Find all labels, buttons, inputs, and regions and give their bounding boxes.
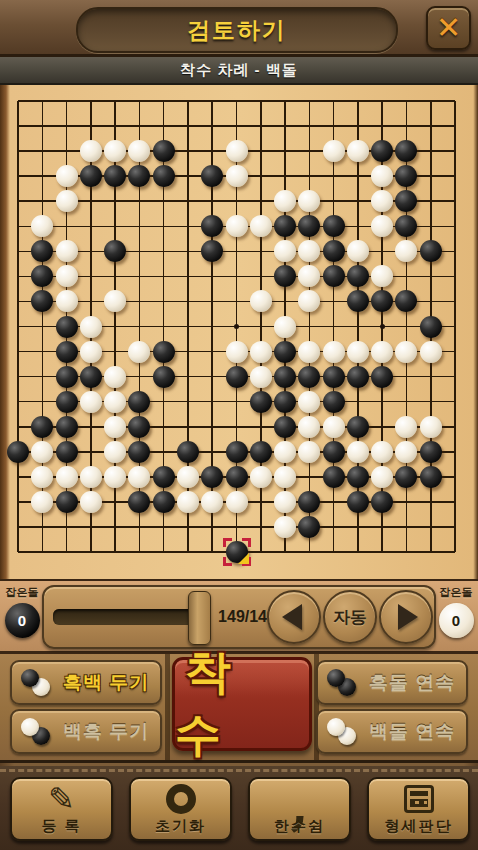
white-stone	[395, 240, 417, 262]
comma-icon: ,	[290, 796, 308, 817]
replay-panel: 149/149 자동	[42, 585, 436, 649]
black-stone	[298, 491, 320, 513]
board-panel	[0, 85, 478, 579]
black-stone	[347, 366, 369, 388]
black-continuous-button[interactable]: 흑돌 연속	[316, 660, 468, 705]
white-stone	[31, 491, 53, 513]
white-stone	[104, 441, 126, 463]
go-board-grid[interactable]	[0, 85, 478, 579]
go-review-app: 검토하기 ✕ 착수 차례 - 백돌 잡은돌 0 149/149 자동	[0, 0, 478, 850]
prev-arrow-icon	[282, 604, 302, 630]
white-stone	[104, 366, 126, 388]
page-title: 검토하기	[187, 15, 287, 46]
white-stone	[298, 341, 320, 363]
black-stone	[128, 165, 150, 187]
black-stone	[274, 391, 296, 413]
black-stone	[323, 466, 345, 488]
white-stone	[298, 290, 320, 312]
black-stone	[298, 366, 320, 388]
white-stone	[80, 491, 102, 513]
white-stone	[80, 341, 102, 363]
black-stone	[371, 140, 393, 162]
white-stone	[420, 341, 442, 363]
black-stone	[128, 416, 150, 438]
white-stone	[128, 341, 150, 363]
white-stone	[298, 416, 320, 438]
white-stone	[80, 140, 102, 162]
black-continuous-label: 흑돌 연속	[369, 670, 455, 696]
white-stone	[298, 265, 320, 287]
white-stone	[80, 391, 102, 413]
white-stone	[274, 240, 296, 262]
white-stone	[274, 190, 296, 212]
captured-white-label: 잡은돌	[434, 585, 478, 600]
white-stone	[347, 140, 369, 162]
black-stone	[80, 165, 102, 187]
header-bar: 검토하기 ✕	[0, 0, 478, 57]
play-move-button[interactable]: 착 수	[172, 657, 312, 751]
black-stone	[201, 215, 223, 237]
black-stone	[420, 466, 442, 488]
white-stone	[298, 240, 320, 262]
two-white-stones-icon	[327, 717, 361, 747]
black-stone	[56, 441, 78, 463]
white-black-stones-icon	[21, 717, 55, 747]
reset-circle-icon	[166, 784, 196, 814]
black-stone	[420, 316, 442, 338]
white-stone	[371, 165, 393, 187]
black-stone	[153, 341, 175, 363]
black-stone	[250, 391, 272, 413]
black-stone	[104, 240, 126, 262]
last-move-marker	[223, 538, 251, 566]
captured-black-count: 0	[5, 603, 40, 638]
grid-line	[309, 101, 311, 552]
black-stone	[323, 391, 345, 413]
black-stone	[347, 491, 369, 513]
black-stone	[177, 441, 199, 463]
black-stone	[201, 466, 223, 488]
white-stone	[104, 290, 126, 312]
white-stone	[80, 316, 102, 338]
white-stone	[395, 441, 417, 463]
black-stone	[226, 466, 248, 488]
white-stone	[56, 265, 78, 287]
captured-black-tray: 잡은돌 0	[0, 585, 44, 638]
white-stone	[371, 265, 393, 287]
black-stone	[201, 240, 223, 262]
black-stone	[274, 416, 296, 438]
black-stone	[56, 366, 78, 388]
estimate-label: 형세판단	[369, 817, 468, 836]
prev-move-button[interactable]	[267, 590, 321, 644]
divider	[165, 654, 170, 760]
register-button[interactable]: ✎ 등 록	[10, 777, 113, 841]
white-continuous-label: 백돌 연속	[369, 719, 455, 745]
white-stone	[226, 140, 248, 162]
black-stone	[104, 165, 126, 187]
black-stone	[371, 366, 393, 388]
close-icon: ✕	[436, 13, 461, 43]
white-stone	[80, 466, 102, 488]
black-stone	[347, 416, 369, 438]
white-black-mode-label: 백흑 두기	[63, 719, 149, 745]
white-stone	[395, 416, 417, 438]
black-stone	[274, 341, 296, 363]
calculator-icon	[404, 785, 434, 813]
white-stone	[395, 341, 417, 363]
white-stone	[274, 466, 296, 488]
black-stone	[250, 441, 272, 463]
black-stone	[31, 416, 53, 438]
white-stone	[177, 491, 199, 513]
white-stone	[128, 140, 150, 162]
turn-status-text: 착수 차례 - 백돌	[180, 61, 298, 80]
white-stone	[250, 366, 272, 388]
grid-line	[18, 426, 455, 428]
white-stone	[128, 466, 150, 488]
white-stone	[250, 215, 272, 237]
black-stone	[395, 190, 417, 212]
white-stone	[104, 140, 126, 162]
black-stone	[201, 165, 223, 187]
black-stone	[31, 290, 53, 312]
captured-white-tray: 잡은돌 0	[434, 585, 478, 638]
white-stone	[226, 215, 248, 237]
white-stone	[347, 441, 369, 463]
white-stone	[226, 491, 248, 513]
white-stone	[298, 391, 320, 413]
white-stone	[274, 441, 296, 463]
white-stone	[56, 466, 78, 488]
white-stone	[56, 290, 78, 312]
star-point	[380, 324, 385, 329]
pencil-icon: ✎	[48, 783, 75, 815]
white-stone	[298, 441, 320, 463]
white-stone	[323, 416, 345, 438]
white-stone	[298, 190, 320, 212]
black-stone	[274, 215, 296, 237]
black-stone	[128, 391, 150, 413]
white-stone	[347, 240, 369, 262]
auto-play-button[interactable]: 자동	[323, 590, 377, 644]
white-stone	[104, 416, 126, 438]
black-stone	[128, 441, 150, 463]
status-bar: 착수 차례 - 백돌	[0, 57, 478, 85]
black-stone	[226, 441, 248, 463]
white-stone	[274, 491, 296, 513]
two-black-stones-icon	[327, 668, 361, 698]
black-stone	[128, 491, 150, 513]
white-stone	[274, 316, 296, 338]
white-stone	[371, 190, 393, 212]
white-continuous-button[interactable]: 백돌 연속	[316, 709, 468, 754]
black-stone	[347, 290, 369, 312]
white-stone	[371, 466, 393, 488]
black-stone	[323, 240, 345, 262]
black-stone	[371, 491, 393, 513]
white-stone	[56, 165, 78, 187]
white-stone	[104, 466, 126, 488]
black-stone	[56, 341, 78, 363]
black-stone	[395, 466, 417, 488]
black-stone	[420, 240, 442, 262]
black-stone	[153, 491, 175, 513]
white-stone	[250, 290, 272, 312]
black-stone	[298, 215, 320, 237]
captured-white-count: 0	[439, 603, 474, 638]
white-stone	[250, 341, 272, 363]
pass-button[interactable]: , 한수쉼	[248, 777, 351, 841]
next-move-button[interactable]	[379, 590, 433, 644]
black-white-mode-label: 흑백 두기	[63, 670, 149, 696]
white-stone	[347, 341, 369, 363]
black-stone	[323, 265, 345, 287]
white-stone	[250, 466, 272, 488]
bottom-toolbar: ✎ 등 록 초기화 , 한수쉼 형세판단	[0, 766, 478, 850]
black-stone	[153, 140, 175, 162]
black-stone	[56, 316, 78, 338]
white-black-mode-button[interactable]: 백흑 두기	[10, 709, 162, 754]
black-white-mode-button[interactable]: 흑백 두기	[10, 660, 162, 705]
black-stone	[56, 491, 78, 513]
white-stone	[177, 466, 199, 488]
play-move-label: 착 수	[175, 642, 309, 766]
white-stone	[226, 165, 248, 187]
white-stone	[323, 140, 345, 162]
black-stone	[56, 416, 78, 438]
white-stone	[56, 240, 78, 262]
grid-line	[18, 526, 455, 528]
reset-label: 초기화	[131, 817, 230, 836]
black-stone	[31, 265, 53, 287]
star-point	[234, 324, 239, 329]
white-stone	[371, 341, 393, 363]
next-arrow-icon	[398, 604, 418, 630]
black-stone	[371, 290, 393, 312]
black-stone	[56, 391, 78, 413]
black-stone	[323, 215, 345, 237]
stitch-decoration	[0, 769, 478, 772]
black-stone	[153, 165, 175, 187]
white-stone	[371, 441, 393, 463]
black-stone	[7, 441, 29, 463]
white-stone	[274, 516, 296, 538]
white-stone	[31, 466, 53, 488]
white-stone	[201, 491, 223, 513]
white-stone	[104, 391, 126, 413]
black-stone	[298, 516, 320, 538]
black-stone	[395, 215, 417, 237]
black-stone	[31, 240, 53, 262]
black-stone	[347, 466, 369, 488]
move-slider-thumb[interactable]	[188, 591, 211, 645]
close-button[interactable]: ✕	[426, 6, 471, 50]
white-stone	[56, 190, 78, 212]
black-white-stones-icon	[21, 668, 55, 698]
black-stone	[395, 140, 417, 162]
title-pill: 검토하기	[76, 7, 398, 53]
captured-black-label: 잡은돌	[0, 585, 44, 600]
black-stone	[80, 366, 102, 388]
auto-play-label: 자동	[333, 606, 367, 629]
pass-label: 한수쉼	[250, 817, 349, 836]
register-label: 등 록	[12, 817, 111, 836]
black-stone	[347, 265, 369, 287]
estimate-button[interactable]: 형세판단	[367, 777, 470, 841]
black-stone	[274, 265, 296, 287]
black-stone	[226, 366, 248, 388]
black-stone	[274, 366, 296, 388]
grid-line	[454, 101, 456, 552]
white-stone	[226, 341, 248, 363]
black-stone	[420, 441, 442, 463]
white-stone	[371, 215, 393, 237]
white-stone	[420, 416, 442, 438]
black-stone	[395, 165, 417, 187]
black-stone	[323, 441, 345, 463]
white-stone	[323, 341, 345, 363]
white-stone	[31, 215, 53, 237]
black-stone	[395, 290, 417, 312]
reset-button[interactable]: 초기화	[129, 777, 232, 841]
black-stone	[153, 366, 175, 388]
black-stone	[323, 366, 345, 388]
white-stone	[31, 441, 53, 463]
black-stone	[153, 466, 175, 488]
